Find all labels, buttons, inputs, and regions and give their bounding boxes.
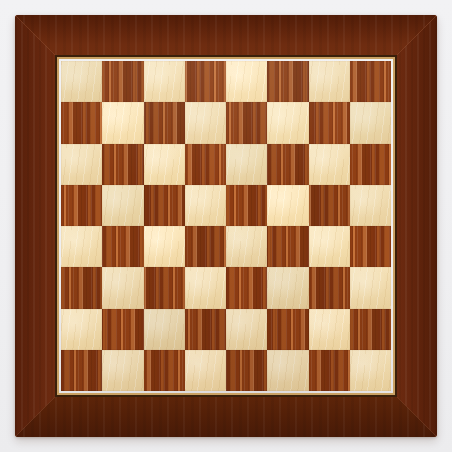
- square-h4[interactable]: [350, 226, 391, 267]
- square-f7[interactable]: [267, 102, 308, 143]
- product-photo-stage: [0, 0, 452, 452]
- square-a1[interactable]: [61, 350, 102, 391]
- square-f6[interactable]: [267, 144, 308, 185]
- square-e7[interactable]: [226, 102, 267, 143]
- square-g8[interactable]: [309, 61, 350, 102]
- square-c6[interactable]: [144, 144, 185, 185]
- square-e6[interactable]: [226, 144, 267, 185]
- square-a6[interactable]: [61, 144, 102, 185]
- square-g3[interactable]: [309, 267, 350, 308]
- square-c5[interactable]: [144, 185, 185, 226]
- square-e2[interactable]: [226, 309, 267, 350]
- square-b7[interactable]: [102, 102, 143, 143]
- square-c2[interactable]: [144, 309, 185, 350]
- square-g2[interactable]: [309, 309, 350, 350]
- square-a3[interactable]: [61, 267, 102, 308]
- square-g5[interactable]: [309, 185, 350, 226]
- square-c8[interactable]: [144, 61, 185, 102]
- square-h7[interactable]: [350, 102, 391, 143]
- square-a7[interactable]: [61, 102, 102, 143]
- square-e8[interactable]: [226, 61, 267, 102]
- square-h1[interactable]: [350, 350, 391, 391]
- square-f4[interactable]: [267, 226, 308, 267]
- square-h5[interactable]: [350, 185, 391, 226]
- square-e1[interactable]: [226, 350, 267, 391]
- square-f3[interactable]: [267, 267, 308, 308]
- square-b4[interactable]: [102, 226, 143, 267]
- square-g7[interactable]: [309, 102, 350, 143]
- square-d7[interactable]: [185, 102, 226, 143]
- square-a8[interactable]: [61, 61, 102, 102]
- square-f2[interactable]: [267, 309, 308, 350]
- square-h2[interactable]: [350, 309, 391, 350]
- square-h3[interactable]: [350, 267, 391, 308]
- square-c3[interactable]: [144, 267, 185, 308]
- square-g1[interactable]: [309, 350, 350, 391]
- square-d8[interactable]: [185, 61, 226, 102]
- pinstripe-border: [55, 55, 397, 397]
- square-d4[interactable]: [185, 226, 226, 267]
- square-b8[interactable]: [102, 61, 143, 102]
- square-e4[interactable]: [226, 226, 267, 267]
- square-c7[interactable]: [144, 102, 185, 143]
- board-grid: [61, 61, 391, 391]
- square-d3[interactable]: [185, 267, 226, 308]
- square-c4[interactable]: [144, 226, 185, 267]
- square-h6[interactable]: [350, 144, 391, 185]
- square-f1[interactable]: [267, 350, 308, 391]
- square-g4[interactable]: [309, 226, 350, 267]
- square-a2[interactable]: [61, 309, 102, 350]
- square-d6[interactable]: [185, 144, 226, 185]
- square-f8[interactable]: [267, 61, 308, 102]
- square-d2[interactable]: [185, 309, 226, 350]
- square-d1[interactable]: [185, 350, 226, 391]
- square-e5[interactable]: [226, 185, 267, 226]
- square-b6[interactable]: [102, 144, 143, 185]
- square-a5[interactable]: [61, 185, 102, 226]
- square-d5[interactable]: [185, 185, 226, 226]
- square-g6[interactable]: [309, 144, 350, 185]
- square-a4[interactable]: [61, 226, 102, 267]
- chess-board: [15, 15, 437, 437]
- square-f5[interactable]: [267, 185, 308, 226]
- square-b2[interactable]: [102, 309, 143, 350]
- square-c1[interactable]: [144, 350, 185, 391]
- square-b3[interactable]: [102, 267, 143, 308]
- square-b5[interactable]: [102, 185, 143, 226]
- fillet-border: [57, 57, 395, 395]
- square-h8[interactable]: [350, 61, 391, 102]
- square-e3[interactable]: [226, 267, 267, 308]
- square-b1[interactable]: [102, 350, 143, 391]
